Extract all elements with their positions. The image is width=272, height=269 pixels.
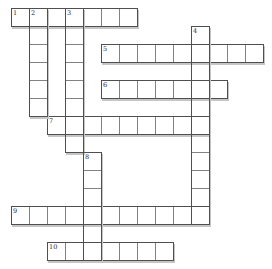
cell-r2-c5[interactable] xyxy=(101,44,120,63)
cell-r2-c8[interactable] xyxy=(155,44,174,63)
cell-r11-c2[interactable] xyxy=(47,206,66,225)
cell-r9-c4[interactable] xyxy=(83,170,102,189)
cell-r6-c8[interactable] xyxy=(155,116,174,135)
cell-r4-c11[interactable] xyxy=(209,80,228,99)
cell-r9-c10[interactable] xyxy=(191,170,210,189)
cell-r2-c6[interactable] xyxy=(119,44,138,63)
cell-r10-c10[interactable] xyxy=(191,188,210,207)
cell-r11-c9[interactable] xyxy=(173,206,192,225)
cell-r2-c3[interactable] xyxy=(65,44,84,63)
cell-r13-c4[interactable] xyxy=(83,242,102,261)
cell-r11-c6[interactable] xyxy=(119,206,138,225)
cell-r11-c5[interactable] xyxy=(101,206,120,225)
cell-r0-c4[interactable] xyxy=(83,8,102,27)
cell-r0-c1[interactable] xyxy=(29,8,48,27)
cell-r6-c6[interactable] xyxy=(119,116,138,135)
cell-r0-c0[interactable] xyxy=(11,8,30,27)
cell-r1-c10[interactable] xyxy=(191,26,210,45)
cell-r2-c12[interactable] xyxy=(227,44,246,63)
cell-r11-c3[interactable] xyxy=(65,206,84,225)
cell-r6-c2[interactable] xyxy=(47,116,66,135)
cell-r10-c4[interactable] xyxy=(83,188,102,207)
cell-r11-c1[interactable] xyxy=(29,206,48,225)
cell-r0-c6[interactable] xyxy=(119,8,138,27)
cell-r13-c8[interactable] xyxy=(155,242,174,261)
cell-r4-c7[interactable] xyxy=(137,80,156,99)
cell-r11-c8[interactable] xyxy=(155,206,174,225)
cell-r4-c10[interactable] xyxy=(191,80,210,99)
cell-r13-c7[interactable] xyxy=(137,242,156,261)
cell-r3-c3[interactable] xyxy=(65,62,84,81)
cell-r6-c5[interactable] xyxy=(101,116,120,135)
cell-r11-c0[interactable] xyxy=(11,206,30,225)
cell-r0-c5[interactable] xyxy=(101,8,120,27)
cell-r2-c11[interactable] xyxy=(209,44,228,63)
crossword-board: 12345678910 xyxy=(0,0,272,269)
cell-r2-c7[interactable] xyxy=(137,44,156,63)
crossword-page: 12345678910 xyxy=(0,0,272,269)
cell-r3-c1[interactable] xyxy=(29,62,48,81)
cell-r13-c5[interactable] xyxy=(101,242,120,261)
cell-r6-c7[interactable] xyxy=(137,116,156,135)
cell-r13-c2[interactable] xyxy=(47,242,66,261)
cell-r6-c10[interactable] xyxy=(191,116,210,135)
cell-r6-c9[interactable] xyxy=(173,116,192,135)
cell-r4-c1[interactable] xyxy=(29,80,48,99)
cell-r4-c3[interactable] xyxy=(65,80,84,99)
cell-r2-c13[interactable] xyxy=(245,44,264,63)
cell-r8-c4[interactable] xyxy=(83,152,102,171)
cell-r1-c3[interactable] xyxy=(65,26,84,45)
cell-r11-c4[interactable] xyxy=(83,206,102,225)
cell-r7-c3[interactable] xyxy=(65,134,84,153)
cell-r4-c9[interactable] xyxy=(173,80,192,99)
cell-r11-c7[interactable] xyxy=(137,206,156,225)
cell-r13-c3[interactable] xyxy=(65,242,84,261)
cell-r3-c10[interactable] xyxy=(191,62,210,81)
cell-r5-c1[interactable] xyxy=(29,98,48,117)
cell-r2-c10[interactable] xyxy=(191,44,210,63)
cell-r4-c5[interactable] xyxy=(101,80,120,99)
cell-r0-c2[interactable] xyxy=(47,8,66,27)
cell-r4-c8[interactable] xyxy=(155,80,174,99)
cell-r2-c9[interactable] xyxy=(173,44,192,63)
cell-r6-c4[interactable] xyxy=(83,116,102,135)
cell-r4-c6[interactable] xyxy=(119,80,138,99)
cell-r6-c3[interactable] xyxy=(65,116,84,135)
cell-r5-c10[interactable] xyxy=(191,98,210,117)
cell-r0-c3[interactable] xyxy=(65,8,84,27)
cell-r1-c1[interactable] xyxy=(29,26,48,45)
cell-r12-c4[interactable] xyxy=(83,224,102,243)
cell-r2-c1[interactable] xyxy=(29,44,48,63)
cell-r13-c6[interactable] xyxy=(119,242,138,261)
cell-r11-c10[interactable] xyxy=(191,206,210,225)
cell-r7-c10[interactable] xyxy=(191,134,210,153)
cell-r8-c10[interactable] xyxy=(191,152,210,171)
cell-r5-c3[interactable] xyxy=(65,98,84,117)
